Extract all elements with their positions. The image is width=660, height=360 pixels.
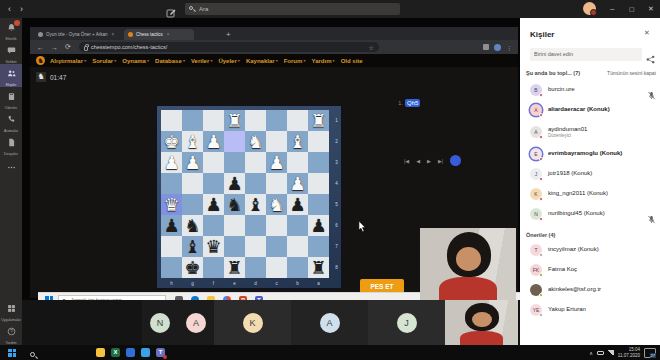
- battery-icon: [597, 351, 604, 355]
- black-pawn: ♟: [161, 215, 182, 236]
- browser-tabstrip: Oyun izle - Oyna Öner + Arkan× Chess tac…: [30, 27, 518, 40]
- participant-name: jotr1918 (Konuk): [548, 170, 592, 177]
- people-panel: Kişiler ✕ Birini davet edin Şu anda bu t…: [520, 18, 660, 345]
- sidebar-item-ödevler[interactable]: Ödevler: [0, 87, 22, 110]
- square-d6[interactable]: [245, 215, 266, 236]
- avatar: N: [530, 208, 542, 220]
- browser-profile-icon[interactable]: [494, 44, 501, 51]
- black-pawn: ♟: [224, 173, 245, 194]
- menu-item--yeler[interactable]: Üyeler ▾: [218, 58, 239, 64]
- participant-row[interactable]: akinkeles@tsf.org.tr: [528, 280, 658, 300]
- section-current-meeting[interactable]: Şu anda bu topl... (7): [526, 70, 580, 76]
- search-input[interactable]: Ara: [185, 3, 400, 15]
- square-d5[interactable]: ♝: [245, 194, 266, 215]
- square-g5[interactable]: [182, 194, 203, 215]
- puzzle-timer: ♞ 01:47: [36, 72, 66, 82]
- black-pawn: ♟: [203, 194, 224, 215]
- black-bishop: ♝: [245, 194, 266, 215]
- square-a8[interactable]: ♜: [308, 257, 329, 278]
- white-rook: ♜: [224, 110, 245, 131]
- avatar: FK: [530, 264, 542, 276]
- square-d2[interactable]: ♞: [245, 131, 266, 152]
- chevron-down-icon: ▾: [237, 58, 240, 63]
- avatar-initials: YE: [533, 307, 540, 313]
- participant-row[interactable]: FKFatma Koç: [528, 260, 658, 280]
- square-f8[interactable]: [203, 257, 224, 278]
- new-tab-button[interactable]: +: [226, 30, 231, 39]
- white-king: ♚: [161, 131, 182, 152]
- chevron-down-icon: ▾: [182, 58, 185, 63]
- square-g7[interactable]: ♝: [182, 236, 203, 257]
- file-label: c: [266, 278, 287, 289]
- playback-controls: |◀ ◀ ▶ ▶|: [404, 155, 461, 166]
- maximize-button[interactable]: ▢: [629, 2, 635, 16]
- square-a5[interactable]: [308, 194, 329, 215]
- square-d8[interactable]: [245, 257, 266, 278]
- section-suggestions[interactable]: Öneriler (4): [526, 232, 555, 238]
- apps-icon: [7, 299, 16, 317]
- tab-close-icon[interactable]: ×: [111, 32, 114, 37]
- white-pawn: ♟: [161, 152, 182, 173]
- square-b2[interactable]: ♝: [287, 131, 308, 152]
- square-h6[interactable]: ♟: [161, 215, 182, 236]
- participant-name: aliardaeracar (Konuk): [548, 106, 610, 113]
- notification-badge: [163, 355, 167, 359]
- avatar-initials: N: [534, 211, 538, 217]
- sidebar-item-sohbet[interactable]: Sohbet: [0, 41, 22, 64]
- browser-tab-inactive[interactable]: Oyun izle - Oyna Öner + Arkan×: [34, 29, 122, 40]
- square-c6[interactable]: [266, 215, 287, 236]
- avatar: T: [530, 244, 542, 256]
- square-d3[interactable]: [245, 152, 266, 173]
- last-move[interactable]: Qh5: [405, 99, 420, 107]
- phone-icon: [7, 110, 16, 128]
- chevron-down-icon: ▾: [302, 58, 305, 63]
- url-field[interactable]: chesstempo.com/chess-tactics/ ☆: [79, 42, 379, 52]
- avatar: J: [530, 168, 542, 180]
- chevron-down-icon: ▾: [332, 58, 335, 63]
- start-button[interactable]: [8, 349, 16, 357]
- user-avatar[interactable]: [583, 2, 596, 15]
- filmstrip-avatar-tile[interactable]: K: [214, 300, 291, 345]
- new-chat-icon[interactable]: [166, 4, 176, 14]
- square-g4[interactable]: [182, 173, 203, 194]
- excel-icon[interactable]: X: [111, 348, 120, 357]
- white-pawn: ♟: [266, 152, 287, 173]
- browser-menu-icon[interactable]: ⋮: [506, 44, 512, 51]
- avatar-photo: [530, 284, 542, 296]
- black-bishop: ♝: [182, 236, 203, 257]
- teams-titlebar: ‹ › Ara – ▢ ✕: [0, 0, 660, 18]
- participant-name: akinkeles@tsf.org.tr: [548, 286, 601, 293]
- status-dot: [539, 197, 544, 202]
- photos-icon[interactable]: [141, 348, 150, 357]
- participant-role: Düzenleyici: [548, 133, 587, 138]
- avatar: A: [530, 104, 542, 116]
- status-dot: [539, 93, 544, 98]
- taskbar-search-icon[interactable]: [26, 349, 34, 357]
- square-f2[interactable]: ♟: [203, 131, 224, 152]
- avatar: J: [397, 313, 417, 333]
- back-arrow-icon[interactable]: ‹: [8, 3, 11, 15]
- menu-item-database[interactable]: Database ▾: [155, 58, 185, 64]
- dots-icon: [7, 158, 16, 176]
- browser-refresh-icon[interactable]: ⟳: [65, 43, 71, 51]
- people-panel-title: Kişiler: [530, 30, 554, 39]
- search-icon: [189, 6, 193, 10]
- board-squares: ♜♜♚♝♟♞♝♟♟♟♟♟♛♟♞♝♞♟♟♞♟♝♛♚♜♜: [161, 110, 329, 278]
- forward-arrow-icon[interactable]: ›: [20, 3, 23, 15]
- participant-row[interactable]: Eevrimbayramoglu (Konuk): [528, 144, 658, 164]
- system-tray: ∧ 15:04 11.07.2020 27: [589, 347, 656, 358]
- menu-item-veriler[interactable]: Veriler ▾: [191, 58, 212, 64]
- minimize-button[interactable]: –: [610, 2, 614, 16]
- menu-item-sorular[interactable]: Sorular ▾: [92, 58, 116, 64]
- sidebar-item-more[interactable]: [0, 156, 22, 179]
- square-g6[interactable]: ♞: [182, 215, 203, 236]
- taskbar-clock[interactable]: 15:04 11.07.2020: [618, 347, 640, 358]
- avatar: A: [186, 313, 206, 333]
- file-label: g: [182, 278, 203, 289]
- tab-favicon-chesstempo: [128, 32, 133, 37]
- square-b3[interactable]: [287, 152, 308, 173]
- filmstrip-avatar-tile[interactable]: A: [178, 300, 214, 345]
- chess-board: ♜♜♚♝♟♞♝♟♟♟♟♟♛♟♞♝♞♟♟♞♟♝♛♚♜♜ 12345678 hgfe…: [156, 105, 342, 289]
- file-explorer-icon[interactable]: [96, 348, 105, 357]
- avatar: N: [150, 313, 170, 333]
- mouse-cursor: [358, 220, 367, 233]
- square-c5[interactable]: ♞: [266, 194, 287, 215]
- rank-label: 3: [331, 152, 342, 173]
- mic-muted-icon: [647, 210, 656, 219]
- black-king: ♚: [182, 257, 203, 278]
- participant-row[interactable]: YEYakup Erturan: [528, 300, 658, 320]
- square-f6[interactable]: [203, 215, 224, 236]
- black-rook: ♜: [308, 257, 329, 278]
- sidebar-item-ekipler[interactable]: Ekipler: [0, 64, 22, 87]
- participant-video: [445, 300, 518, 345]
- sidebar-item-aramalar[interactable]: Aramalar: [0, 110, 22, 133]
- browser-forward-icon[interactable]: →: [51, 44, 58, 51]
- next-move-button[interactable]: ▶: [427, 158, 431, 164]
- square-h3[interactable]: ♟: [161, 152, 182, 173]
- close-button[interactable]: ✕: [648, 2, 654, 16]
- avatar: A: [530, 126, 542, 138]
- file-labels: hgfedcba: [161, 278, 329, 289]
- participant-name: evrimbayramoglu (Konuk): [548, 150, 622, 157]
- help-icon: ?: [7, 322, 16, 340]
- square-f1[interactable]: [203, 110, 224, 131]
- avatar: K: [243, 313, 263, 333]
- menu-item-oynama[interactable]: Oynama ▾: [122, 58, 149, 64]
- square-a2[interactable]: [308, 131, 329, 152]
- chesstempo-logo[interactable]: ♞: [36, 56, 45, 65]
- participant-row[interactable]: Aaydinduman01Düzenleyici: [528, 120, 658, 144]
- black-queen: ♛: [203, 236, 224, 257]
- teams-sidebar: EtkinlikSohbetEkiplerÖdevlerAramalarDosy…: [0, 18, 22, 345]
- first-move-button[interactable]: |◀: [404, 158, 409, 164]
- chevron-down-icon: ▾: [275, 58, 278, 63]
- notification-center-icon[interactable]: 27: [644, 348, 656, 358]
- square-c2[interactable]: [266, 131, 287, 152]
- avatar-initials: E: [534, 151, 537, 157]
- square-h7[interactable]: [161, 236, 182, 257]
- square-f5[interactable]: ♟: [203, 194, 224, 215]
- sidebar-item-uygulamalar[interactable]: Uygulamalar: [0, 299, 22, 322]
- screen-share-area: Oyun izle - Oyna Öner + Arkan× Chess tac…: [22, 18, 520, 345]
- participant-row[interactable]: Nnurilbingul45 (Konuk): [528, 204, 658, 224]
- chevron-down-icon: ▾: [146, 58, 149, 63]
- filmstrip-avatar-tile[interactable]: A: [291, 300, 368, 345]
- square-f4[interactable]: [203, 173, 224, 194]
- white-queen: ♛: [161, 194, 182, 215]
- menu-item-kaynaklar[interactable]: Kaynaklar ▾: [246, 58, 278, 64]
- square-h4[interactable]: [161, 173, 182, 194]
- white-pawn: ♟: [182, 152, 203, 173]
- rank-label: 8: [331, 257, 342, 278]
- file-icon: [7, 133, 16, 151]
- square-c3[interactable]: ♟: [266, 152, 287, 173]
- rank-label: 4: [331, 173, 342, 194]
- avatar: E: [530, 148, 542, 160]
- white-knight: ♞: [245, 131, 266, 152]
- status-dot: [539, 273, 544, 278]
- participant-row[interactable]: Aaliardaeracar (Konuk): [528, 100, 658, 120]
- menu-item-al-t-rmalar[interactable]: Alıştırmalar ▾: [50, 58, 86, 64]
- tray-chevron-icon[interactable]: ∧: [589, 350, 593, 356]
- avatar-initials: K: [534, 191, 537, 197]
- square-a4[interactable]: [308, 173, 329, 194]
- avatar-initials: A: [534, 129, 537, 135]
- teams-icon: [7, 64, 16, 82]
- rank-label: 2: [331, 131, 342, 152]
- square-h5[interactable]: ♛: [161, 194, 182, 215]
- os-taskbar: XT ∧ 15:04 11.07.2020 27: [0, 345, 660, 360]
- square-c7[interactable]: [266, 236, 287, 257]
- file-label: f: [203, 278, 224, 289]
- participant-row[interactable]: Ttncyyilmaz (Konuk): [528, 240, 658, 260]
- avatar-initials: J: [535, 171, 538, 177]
- square-b5[interactable]: ♟: [287, 194, 308, 215]
- participant-name: Yakup Erturan: [548, 306, 586, 313]
- sidebar-item-dosyalar[interactable]: Dosyalar: [0, 133, 22, 156]
- square-c8[interactable]: [266, 257, 287, 278]
- app-icon-blue[interactable]: [126, 348, 135, 357]
- square-b4[interactable]: ♟: [287, 173, 308, 194]
- last-move-button[interactable]: ▶|: [438, 158, 443, 164]
- square-e5[interactable]: ♞: [224, 194, 245, 215]
- square-e7[interactable]: [224, 236, 245, 257]
- black-knight: ♞: [182, 215, 203, 236]
- square-h2[interactable]: ♚: [161, 131, 182, 152]
- status-dot: [539, 293, 544, 298]
- white-bishop: ♝: [287, 131, 308, 152]
- file-label: d: [245, 278, 266, 289]
- browser-addressbar: ← → ⟳ chesstempo.com/chess-tactics/ ☆ ⋮: [30, 40, 518, 54]
- close-panel-icon[interactable]: ✕: [644, 29, 650, 37]
- rank-label: 5: [331, 194, 342, 215]
- square-g8[interactable]: ♚: [182, 257, 203, 278]
- chat-icon: [7, 41, 16, 59]
- filmstrip-avatar-tile[interactable]: J: [368, 300, 445, 345]
- participant-video: [420, 228, 516, 300]
- white-rook: ♜: [308, 110, 329, 131]
- sidebar-item-etkinlik[interactable]: Etkinlik: [0, 18, 22, 41]
- square-d7[interactable]: [245, 236, 266, 257]
- black-pawn: ♟: [308, 215, 329, 236]
- white-pawn: ♟: [287, 173, 308, 194]
- avatar: B: [530, 84, 542, 96]
- menu-item-yard-m[interactable]: Yardım ▾: [311, 58, 334, 64]
- black-rook: ♜: [224, 257, 245, 278]
- avatar: A: [320, 313, 340, 333]
- status-dot: [539, 313, 544, 318]
- avatar: K: [530, 188, 542, 200]
- square-e8[interactable]: ♜: [224, 257, 245, 278]
- square-b8[interactable]: [287, 257, 308, 278]
- participant-name: tncyyilmaz (Konuk): [548, 246, 599, 253]
- filmstrip-avatar-tile[interactable]: N: [142, 300, 178, 345]
- menu-item-old-site[interactable]: Old site: [341, 58, 363, 64]
- square-c4[interactable]: [266, 173, 287, 194]
- share-invite-icon[interactable]: [646, 50, 655, 59]
- participant-filmstrip: NAKAJ: [22, 300, 520, 345]
- chevron-down-icon: ▾: [209, 58, 212, 63]
- square-a6[interactable]: ♟: [308, 215, 329, 236]
- move-list: 1. Qh5: [398, 99, 420, 107]
- invite-input[interactable]: Birini davet edin: [530, 48, 642, 61]
- status-dot: [539, 177, 544, 182]
- black-pawn: ♟: [287, 194, 308, 215]
- square-g2[interactable]: ♝: [182, 131, 203, 152]
- notification-badge: [14, 20, 20, 26]
- square-d1[interactable]: [245, 110, 266, 131]
- chevron-down-icon: ▾: [113, 58, 116, 63]
- suggestion-list: Ttncyyilmaz (Konuk)FKFatma Koçakinkeles@…: [528, 240, 658, 320]
- bookmark-star-icon[interactable]: ☆: [368, 44, 373, 51]
- rank-label: 7: [331, 236, 342, 257]
- square-d4[interactable]: [245, 173, 266, 194]
- black-knight: ♞: [224, 194, 245, 215]
- rank-label: 1: [331, 110, 342, 131]
- extensions-icon[interactable]: [483, 44, 489, 50]
- status-dot: [539, 113, 544, 118]
- status-dot: [539, 157, 544, 162]
- rank-labels: 12345678: [331, 110, 342, 278]
- avatar-initials: A: [534, 107, 537, 113]
- white-pawn: ♟: [203, 131, 224, 152]
- prev-move-button[interactable]: ◀: [416, 158, 420, 164]
- square-g3[interactable]: ♟: [182, 152, 203, 173]
- file-label: h: [161, 278, 182, 289]
- square-b6[interactable]: [287, 215, 308, 236]
- square-a1[interactable]: ♜: [308, 110, 329, 131]
- square-f3[interactable]: [203, 152, 224, 173]
- chevron-down-icon: ▾: [83, 58, 86, 63]
- sidebar-item-yardım[interactable]: ?Yardım: [0, 322, 22, 345]
- square-e1[interactable]: ♜: [224, 110, 245, 131]
- square-e3[interactable]: [224, 152, 245, 173]
- participant-row[interactable]: Kking_ngn2011 (Konuk): [528, 184, 658, 204]
- square-b1[interactable]: [287, 110, 308, 131]
- avatar: YE: [530, 304, 542, 316]
- square-h8[interactable]: [161, 257, 182, 278]
- browser-back-icon[interactable]: ←: [37, 44, 44, 51]
- mic-muted-icon: [647, 86, 656, 95]
- participant-row[interactable]: Bburcin.ure: [528, 80, 658, 100]
- square-g1[interactable]: [182, 110, 203, 131]
- file-label: e: [224, 278, 245, 289]
- avatar-initials: FK: [533, 267, 539, 273]
- filmstrip-video-tile[interactable]: [445, 300, 518, 345]
- participant-name: Fatma Koç: [548, 266, 577, 273]
- analysis-board-button[interactable]: [450, 155, 461, 166]
- avatar-initials: T: [534, 247, 537, 253]
- participant-list: Bburcin.ureAaliardaeracar (Konuk)Aaydind…: [528, 80, 658, 224]
- participant-name: burcin.ure: [548, 86, 575, 93]
- square-c1[interactable]: [266, 110, 287, 131]
- square-e4[interactable]: ♟: [224, 173, 245, 194]
- square-a7[interactable]: [308, 236, 329, 257]
- menu-item-forum[interactable]: Forum ▾: [284, 58, 306, 64]
- participant-name: nurilbingul45 (Konuk): [548, 210, 605, 217]
- participant-row[interactable]: Jjotr1918 (Konuk): [528, 164, 658, 184]
- avatar-initials: B: [534, 87, 537, 93]
- rank-label: 6: [331, 215, 342, 236]
- teams-icon[interactable]: T: [156, 348, 165, 357]
- status-dot: [539, 253, 544, 258]
- square-e6[interactable]: [224, 215, 245, 236]
- square-b7[interactable]: [287, 236, 308, 257]
- mute-all-button[interactable]: Tümünün sesini kapat: [607, 70, 656, 76]
- svg-text:?: ?: [10, 329, 13, 334]
- network-icon: [608, 350, 614, 355]
- book-icon: [7, 87, 16, 105]
- presenter-video-tile[interactable]: [420, 228, 516, 300]
- lock-icon: [84, 46, 88, 51]
- participant-name: aydinduman01: [548, 126, 587, 133]
- tab-favicon: [38, 32, 43, 37]
- square-a3[interactable]: [308, 152, 329, 173]
- site-menu: ♞ Alıştırmalar ▾Sorular ▾Oynama ▾Databas…: [30, 54, 518, 67]
- square-f7[interactable]: ♛: [203, 236, 224, 257]
- status-dot: [539, 217, 544, 222]
- white-bishop: ♝: [182, 131, 203, 152]
- knight-icon: ♞: [36, 72, 46, 82]
- square-h1[interactable]: [161, 110, 182, 131]
- square-e2[interactable]: [224, 131, 245, 152]
- teams-window: ‹ › Ara – ▢ ✕ EtkinlikSohbetEkiplerÖdevl…: [0, 0, 660, 360]
- browser-tab-active[interactable]: Chess tactics×: [124, 29, 194, 40]
- participant-name: king_ngn2011 (Konuk): [548, 190, 608, 197]
- white-knight: ♞: [266, 194, 287, 215]
- status-dot: [539, 135, 544, 140]
- file-label: b: [287, 278, 308, 289]
- tab-close-icon[interactable]: ×: [167, 32, 170, 37]
- file-label: a: [308, 278, 329, 289]
